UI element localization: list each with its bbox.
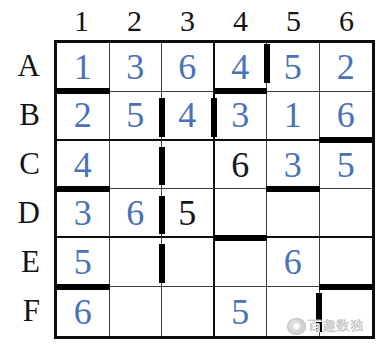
wall-right-of-E2: [159, 244, 165, 283]
wall-below-E1: [56, 284, 110, 290]
cell-A1[interactable]: 1: [57, 43, 110, 92]
cell-C3[interactable]: [162, 141, 215, 190]
cell-B1[interactable]: 2: [57, 92, 110, 141]
wall-below-C1: [56, 186, 110, 192]
cell-E1[interactable]: 5: [57, 238, 110, 287]
wall-below-D4: [214, 235, 268, 241]
col-label-3: 3: [161, 2, 214, 40]
cell-F2[interactable]: [110, 287, 163, 336]
cell-B5[interactable]: 1: [267, 92, 320, 141]
cell-D2[interactable]: 6: [110, 189, 163, 238]
cell-F4[interactable]: 5: [215, 287, 268, 336]
col-label-4: 4: [214, 2, 267, 40]
row-label-C: C: [0, 139, 46, 188]
puzzle-page: 123456 ABCDEF 13645225431646353655665 ✺ …: [0, 0, 378, 349]
cell-F1[interactable]: 6: [57, 287, 110, 336]
col-label-2: 2: [108, 2, 161, 40]
cell-B3[interactable]: 4: [162, 92, 215, 141]
cell-C6[interactable]: 5: [320, 141, 373, 190]
wall-right-of-C2: [159, 147, 165, 186]
wall-right-of-B3: [211, 98, 217, 137]
cell-D1[interactable]: 3: [57, 189, 110, 238]
cell-C4[interactable]: 6: [215, 141, 268, 190]
cell-E5[interactable]: 6: [267, 238, 320, 287]
cell-E6[interactable]: [320, 238, 373, 287]
wall-below-B6: [319, 137, 373, 143]
wall-right-of-B2: [159, 98, 165, 137]
wall-right-of-D2: [159, 196, 165, 235]
watermark: ✺ 百趣数独: [287, 317, 365, 335]
watermark-logo-icon: ✺: [287, 318, 306, 335]
cell-A5[interactable]: 5: [267, 43, 320, 92]
cell-C5[interactable]: 3: [267, 141, 320, 190]
wall-below-A1: [56, 88, 110, 94]
cell-E3[interactable]: [162, 238, 215, 287]
wall-below-C5: [266, 186, 320, 192]
cell-D5[interactable]: [267, 189, 320, 238]
col-label-1: 1: [55, 2, 108, 40]
cell-D4[interactable]: [215, 189, 268, 238]
cell-D3[interactable]: 5: [162, 189, 215, 238]
row-label-F: F: [0, 287, 46, 336]
cell-E2[interactable]: [110, 238, 163, 287]
cell-D6[interactable]: [320, 189, 373, 238]
wall-right-of-A4: [264, 44, 270, 83]
row-label-B: B: [0, 90, 46, 139]
col-label-5: 5: [267, 2, 320, 40]
cell-B4[interactable]: 3: [215, 92, 268, 141]
cell-A6[interactable]: 2: [320, 43, 373, 92]
cell-E4[interactable]: [215, 238, 268, 287]
row-label-D: D: [0, 189, 46, 238]
cell-C2[interactable]: [110, 141, 163, 190]
row-label-A: A: [0, 41, 46, 90]
cell-B2[interactable]: 5: [110, 92, 163, 141]
watermark-text: 百趣数独: [309, 317, 365, 335]
cell-F3[interactable]: [162, 287, 215, 336]
cell-C1[interactable]: 4: [57, 141, 110, 190]
wall-below-E6: [319, 284, 373, 290]
cell-A4[interactable]: 4: [215, 43, 268, 92]
cell-A2[interactable]: 3: [110, 43, 163, 92]
col-label-6: 6: [320, 2, 373, 40]
cell-B6[interactable]: 6: [320, 92, 373, 141]
sudoku-board: 13645225431646353655665: [54, 40, 375, 339]
cell-A3[interactable]: 6: [162, 43, 215, 92]
row-label-E: E: [0, 238, 46, 287]
wall-below-A4: [214, 88, 268, 94]
